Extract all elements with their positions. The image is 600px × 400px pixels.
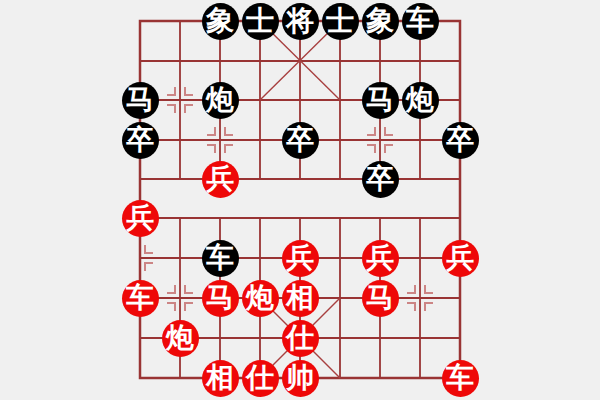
pieces-layer: 象士将士象车马炮马炮卒卒卒卒车兵兵兵兵兵车马炮相马炮仕相仕帅车 [0, 0, 600, 400]
red-soldier-c6[interactable]: 兵 [202, 161, 239, 198]
red-horse-g3[interactable]: 马 [362, 280, 399, 317]
red-advisor-e2[interactable]: 仕 [282, 320, 319, 357]
black-soldier-i7[interactable]: 卒 [442, 122, 479, 159]
red-general-e1[interactable]: 帅 [282, 360, 319, 397]
black-horse-a8[interactable]: 马 [122, 82, 159, 119]
red-cannon-b2[interactable]: 炮 [162, 320, 199, 357]
red-soldier-a5[interactable]: 兵 [122, 200, 159, 237]
red-elephant-c1[interactable]: 相 [202, 360, 239, 397]
xiangqi-board: 象士将士象车马炮马炮卒卒卒卒车兵兵兵兵兵车马炮相马炮仕相仕帅车 [0, 0, 600, 400]
black-cannon-h8[interactable]: 炮 [402, 82, 439, 119]
black-advisor-f10[interactable]: 士 [322, 3, 359, 40]
red-soldier-e4[interactable]: 兵 [282, 240, 319, 277]
black-cannon-c8[interactable]: 炮 [202, 82, 239, 119]
red-chariot-i1[interactable]: 车 [442, 360, 479, 397]
black-soldier-g6[interactable]: 卒 [362, 161, 399, 198]
black-chariot-h10[interactable]: 车 [402, 3, 439, 40]
red-elephant-e3[interactable]: 相 [282, 280, 319, 317]
black-general-e10[interactable]: 将 [282, 3, 319, 40]
red-cannon-d3[interactable]: 炮 [242, 280, 279, 317]
black-chariot-c4[interactable]: 车 [202, 240, 239, 277]
red-horse-c3[interactable]: 马 [202, 280, 239, 317]
red-soldier-g4[interactable]: 兵 [362, 240, 399, 277]
black-advisor-d10[interactable]: 士 [242, 3, 279, 40]
black-elephant-g10[interactable]: 象 [362, 3, 399, 40]
black-horse-g8[interactable]: 马 [362, 82, 399, 119]
black-soldier-a7[interactable]: 卒 [122, 122, 159, 159]
red-chariot-a3[interactable]: 车 [122, 280, 159, 317]
red-advisor-d1[interactable]: 仕 [242, 360, 279, 397]
red-soldier-i4[interactable]: 兵 [442, 240, 479, 277]
black-soldier-e7[interactable]: 卒 [282, 122, 319, 159]
black-elephant-c10[interactable]: 象 [202, 3, 239, 40]
